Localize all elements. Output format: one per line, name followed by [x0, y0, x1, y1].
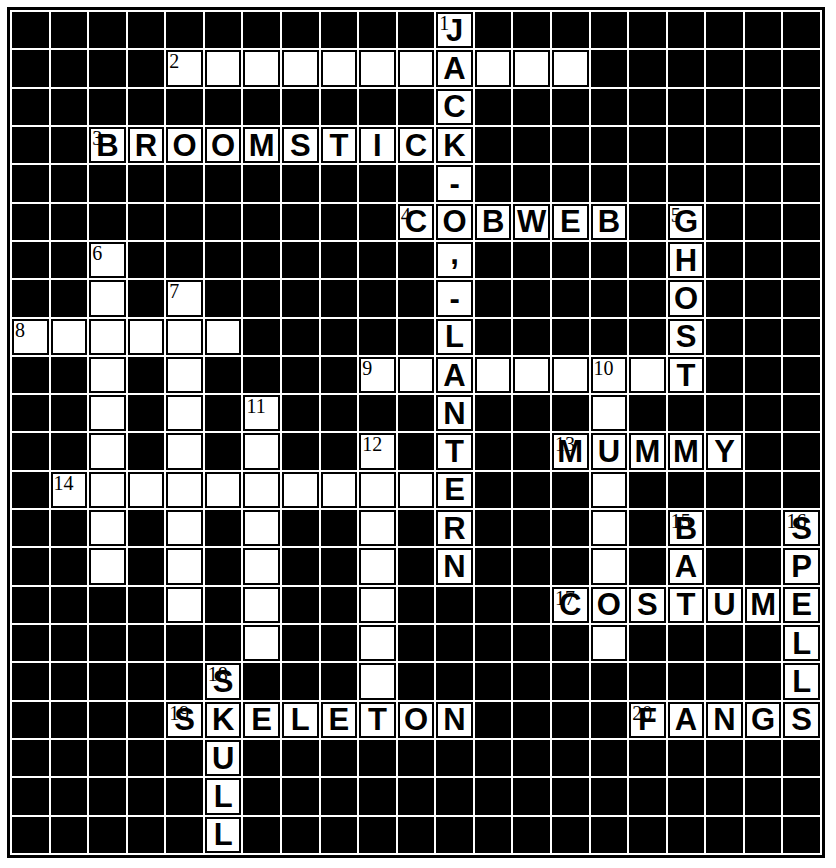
black-cell: [321, 395, 358, 431]
crossword-cell[interactable]: [552, 357, 589, 393]
black-cell: [552, 472, 589, 508]
crossword-cell[interactable]: [243, 433, 280, 469]
crossword-cell[interactable]: [591, 472, 628, 508]
crossword-cell[interactable]: U: [591, 433, 628, 469]
black-cell: [552, 548, 589, 584]
crossword-cell[interactable]: [89, 548, 126, 584]
black-cell: [706, 242, 743, 278]
crossword-cell[interactable]: 8: [12, 319, 49, 355]
black-cell: [629, 319, 666, 355]
crossword-cell[interactable]: 2: [166, 50, 203, 86]
crossword-cell[interactable]: P: [783, 548, 820, 584]
crossword-cell[interactable]: [166, 433, 203, 469]
cell-letter: T: [677, 360, 696, 391]
black-cell: [321, 625, 358, 661]
crossword-cell[interactable]: I: [359, 127, 396, 163]
black-cell: [166, 12, 203, 48]
cell-letter: L: [445, 321, 464, 352]
crossword-cell[interactable]: 17C: [552, 587, 589, 623]
black-cell: [128, 548, 165, 584]
crossword-cell[interactable]: R: [436, 510, 473, 546]
crossword-cell[interactable]: 16S: [783, 510, 820, 546]
crossword-cell[interactable]: L: [282, 702, 319, 738]
black-cell: [783, 817, 820, 853]
crossword-cell[interactable]: 9: [359, 357, 396, 393]
black-cell: [552, 127, 589, 163]
black-cell: [243, 663, 280, 699]
crossword-cell[interactable]: O: [398, 702, 435, 738]
black-cell: [398, 242, 435, 278]
crossword-cell[interactable]: [243, 510, 280, 546]
crossword-cell[interactable]: H: [668, 242, 705, 278]
crossword-cell[interactable]: C: [398, 127, 435, 163]
crossword-cell[interactable]: [128, 319, 165, 355]
crossword-cell[interactable]: [166, 548, 203, 584]
black-cell: [51, 127, 88, 163]
crossword-cell[interactable]: W: [513, 204, 550, 240]
cell-letter: S: [637, 589, 658, 620]
crossword-cell[interactable]: [282, 472, 319, 508]
black-cell: [282, 740, 319, 776]
cell-letter: C: [443, 91, 465, 122]
black-cell: [12, 127, 49, 163]
crossword-cell[interactable]: O: [668, 280, 705, 316]
crossword-cell[interactable]: [359, 625, 396, 661]
black-cell: [513, 127, 550, 163]
cell-letter: W: [517, 206, 546, 237]
crossword-cell[interactable]: [359, 587, 396, 623]
black-cell: [205, 548, 242, 584]
black-cell: [745, 280, 782, 316]
black-cell: [783, 50, 820, 86]
cell-letter: A: [675, 704, 697, 735]
cell-letter: A: [443, 360, 465, 391]
crossword-cell[interactable]: A: [436, 357, 473, 393]
black-cell: [128, 433, 165, 469]
black-cell: [51, 242, 88, 278]
black-cell: [243, 242, 280, 278]
black-cell: [12, 817, 49, 853]
black-cell: [552, 740, 589, 776]
crossword-cell[interactable]: [243, 625, 280, 661]
black-cell: [745, 165, 782, 201]
black-cell: [591, 663, 628, 699]
black-cell: [398, 740, 435, 776]
black-cell: [12, 510, 49, 546]
crossword-cell[interactable]: [205, 50, 242, 86]
crossword-cell[interactable]: [398, 472, 435, 508]
black-cell: [51, 740, 88, 776]
black-cell: [166, 625, 203, 661]
crossword-cell[interactable]: N: [436, 702, 473, 738]
crossword-cell[interactable]: E: [783, 587, 820, 623]
crossword-cell[interactable]: M: [243, 127, 280, 163]
crossword-cell[interactable]: 19S: [166, 702, 203, 738]
black-cell: [668, 778, 705, 814]
cell-letter: T: [368, 704, 387, 735]
crossword-cell[interactable]: E: [436, 472, 473, 508]
black-cell: [513, 663, 550, 699]
black-cell: [783, 127, 820, 163]
black-cell: [629, 12, 666, 48]
black-cell: [668, 127, 705, 163]
cell-letter: O: [173, 130, 197, 161]
black-cell: [591, 12, 628, 48]
crossword-cell[interactable]: [243, 50, 280, 86]
cell-number: 6: [92, 242, 102, 264]
cell-letter: L: [214, 819, 233, 850]
crossword-cell[interactable]: [243, 587, 280, 623]
cell-letter: S: [791, 704, 812, 735]
crossword-cell[interactable]: L: [205, 778, 242, 814]
black-cell: [166, 89, 203, 125]
crossword-cell[interactable]: -: [436, 280, 473, 316]
black-cell: [475, 817, 512, 853]
cell-letter: L: [214, 781, 233, 812]
black-cell: [282, 778, 319, 814]
black-cell: [783, 242, 820, 278]
black-cell: [513, 740, 550, 776]
cell-number: 2: [169, 50, 179, 72]
crossword-cell[interactable]: [321, 472, 358, 508]
crossword-cell[interactable]: T: [668, 357, 705, 393]
crossword-cell[interactable]: [629, 357, 666, 393]
black-cell: [166, 242, 203, 278]
crossword-cell[interactable]: 10: [591, 357, 628, 393]
cell-letter: T: [329, 130, 348, 161]
crossword-cell[interactable]: M: [745, 587, 782, 623]
black-cell: [205, 510, 242, 546]
black-cell: [128, 817, 165, 853]
crossword-cell[interactable]: N: [706, 702, 743, 738]
crossword-cell[interactable]: U: [706, 587, 743, 623]
black-cell: [89, 778, 126, 814]
cell-letter: ,: [450, 237, 459, 268]
cell-number: 8: [15, 319, 25, 341]
crossword-cell[interactable]: N: [436, 395, 473, 431]
cell-letter: C: [405, 206, 427, 237]
black-cell: [706, 165, 743, 201]
black-cell: [591, 242, 628, 278]
black-cell: [513, 433, 550, 469]
crossword-cell[interactable]: [166, 395, 203, 431]
cell-letter: N: [443, 398, 465, 429]
crossword-cell[interactable]: [475, 50, 512, 86]
black-cell: [552, 280, 589, 316]
black-cell: [128, 89, 165, 125]
black-cell: [282, 587, 319, 623]
crossword-cell[interactable]: O: [166, 127, 203, 163]
crossword-cell[interactable]: [282, 50, 319, 86]
black-cell: [475, 587, 512, 623]
black-cell: [51, 702, 88, 738]
black-cell: [706, 50, 743, 86]
black-cell: [745, 433, 782, 469]
black-cell: [513, 587, 550, 623]
black-cell: [359, 89, 396, 125]
crossword-cell[interactable]: B: [475, 204, 512, 240]
black-cell: [89, 89, 126, 125]
crossword-cell[interactable]: U: [205, 740, 242, 776]
crossword-cell[interactable]: [591, 548, 628, 584]
black-cell: [552, 242, 589, 278]
black-cell: [89, 12, 126, 48]
crossword-cell[interactable]: S: [282, 127, 319, 163]
black-cell: [783, 357, 820, 393]
crossword-cell[interactable]: 18S: [205, 663, 242, 699]
crossword-cell[interactable]: [591, 510, 628, 546]
black-cell: [89, 204, 126, 240]
black-cell: [745, 50, 782, 86]
crossword-cell[interactable]: [166, 357, 203, 393]
black-cell: [475, 89, 512, 125]
black-cell: [668, 625, 705, 661]
crossword-cell[interactable]: 4C: [398, 204, 435, 240]
crossword-cell[interactable]: 20F: [629, 702, 666, 738]
crossword-cell[interactable]: A: [436, 50, 473, 86]
cell-letter: Y: [714, 436, 735, 467]
black-cell: [12, 165, 49, 201]
black-cell: [166, 778, 203, 814]
black-cell: [513, 817, 550, 853]
crossword-cell[interactable]: [359, 50, 396, 86]
crossword-cell[interactable]: T: [436, 433, 473, 469]
crossword-cell[interactable]: [89, 510, 126, 546]
black-cell: [552, 510, 589, 546]
black-cell: [128, 510, 165, 546]
crossword-cell[interactable]: [89, 280, 126, 316]
crossword-cell[interactable]: [359, 548, 396, 584]
crossword-cell[interactable]: [591, 395, 628, 431]
crossword-cell[interactable]: L: [783, 625, 820, 661]
crossword-cell[interactable]: [89, 472, 126, 508]
crossword-cell[interactable]: [359, 472, 396, 508]
black-cell: [12, 89, 49, 125]
crossword-cell[interactable]: [359, 663, 396, 699]
crossword-cell[interactable]: A: [668, 702, 705, 738]
black-cell: [12, 587, 49, 623]
black-cell: [51, 280, 88, 316]
crossword-cell[interactable]: [205, 319, 242, 355]
crossword-cell[interactable]: [243, 472, 280, 508]
cell-letter: J: [446, 15, 463, 46]
black-cell: [475, 625, 512, 661]
black-cell: [475, 663, 512, 699]
cell-letter: A: [443, 53, 465, 84]
black-cell: [745, 625, 782, 661]
crossword-cell[interactable]: [591, 625, 628, 661]
crossword-cell[interactable]: [166, 587, 203, 623]
crossword-cell[interactable]: [89, 357, 126, 393]
black-cell: [475, 472, 512, 508]
crossword-cell[interactable]: G: [745, 702, 782, 738]
black-cell: [51, 395, 88, 431]
crossword-cell[interactable]: 6: [89, 242, 126, 278]
black-cell: [745, 663, 782, 699]
black-cell: [12, 625, 49, 661]
crossword-cell[interactable]: L: [436, 319, 473, 355]
cell-letter: B: [482, 206, 504, 237]
cell-letter: -: [449, 168, 459, 199]
crossword-cell[interactable]: S: [668, 319, 705, 355]
crossword-cell[interactable]: O: [205, 127, 242, 163]
crossword-cell[interactable]: [321, 50, 358, 86]
black-cell: [205, 280, 242, 316]
crossword-cell[interactable]: M: [668, 433, 705, 469]
black-cell: [706, 625, 743, 661]
cell-letter: M: [750, 589, 776, 620]
black-cell: [282, 395, 319, 431]
black-cell: [166, 740, 203, 776]
crossword-cell[interactable]: T: [668, 587, 705, 623]
black-cell: [552, 625, 589, 661]
crossword-cell[interactable]: [205, 472, 242, 508]
crossword-cell[interactable]: [513, 357, 550, 393]
cell-letter: E: [444, 474, 465, 505]
black-cell: [51, 204, 88, 240]
black-cell: [51, 50, 88, 86]
crossword-cell[interactable]: [243, 548, 280, 584]
black-cell: [398, 587, 435, 623]
cell-letter: M: [249, 130, 275, 161]
cell-letter: R: [135, 130, 157, 161]
black-cell: [783, 740, 820, 776]
crossword-cell[interactable]: [398, 357, 435, 393]
crossword-cell[interactable]: ,: [436, 242, 473, 278]
black-cell: [398, 510, 435, 546]
black-cell: [128, 12, 165, 48]
crossword-cell[interactable]: [552, 50, 589, 86]
black-cell: [12, 548, 49, 584]
crossword-cell[interactable]: [89, 433, 126, 469]
black-cell: [745, 395, 782, 431]
cell-letter: T: [677, 589, 696, 620]
cell-letter: M: [635, 436, 661, 467]
cell-letter: U: [713, 589, 735, 620]
black-cell: [552, 702, 589, 738]
black-cell: [706, 89, 743, 125]
crossword-cell[interactable]: 1J: [436, 12, 473, 48]
black-cell: [12, 778, 49, 814]
crossword-cell[interactable]: [166, 472, 203, 508]
crossword-cell[interactable]: [166, 319, 203, 355]
black-cell: [321, 319, 358, 355]
cell-letter: -: [449, 283, 459, 314]
crossword-cell[interactable]: 15B: [668, 510, 705, 546]
crossword-cell[interactable]: [398, 50, 435, 86]
crossword-cell[interactable]: -: [436, 165, 473, 201]
crossword-cell[interactable]: N: [436, 548, 473, 584]
crossword-cell[interactable]: C: [436, 89, 473, 125]
crossword-cell[interactable]: 14: [51, 472, 88, 508]
crossword-cell[interactable]: [475, 357, 512, 393]
black-cell: [243, 204, 280, 240]
black-cell: [282, 510, 319, 546]
black-cell: [591, 165, 628, 201]
crossword-cell[interactable]: [89, 395, 126, 431]
black-cell: [436, 663, 473, 699]
cell-letter: L: [792, 666, 811, 697]
crossword-cell[interactable]: 7: [166, 280, 203, 316]
crossword-cell[interactable]: 13M: [552, 433, 589, 469]
black-cell: [552, 778, 589, 814]
black-cell: [321, 817, 358, 853]
crossword-cell[interactable]: L: [783, 663, 820, 699]
black-cell: [745, 127, 782, 163]
crossword-cell[interactable]: K: [205, 702, 242, 738]
black-cell: [243, 319, 280, 355]
black-cell: [552, 395, 589, 431]
crossword-cell[interactable]: 12: [359, 433, 396, 469]
cell-letter: S: [676, 321, 697, 352]
crossword-cell[interactable]: [128, 472, 165, 508]
black-cell: [745, 89, 782, 125]
crossword-cell[interactable]: B: [591, 204, 628, 240]
black-cell: [783, 395, 820, 431]
cell-letter: H: [675, 245, 697, 276]
cell-letter: B: [96, 130, 118, 161]
cell-letter: N: [443, 551, 465, 582]
crossword-cell[interactable]: M: [629, 433, 666, 469]
black-cell: [513, 625, 550, 661]
crossword-cell[interactable]: R: [128, 127, 165, 163]
black-cell: [668, 89, 705, 125]
black-cell: [321, 663, 358, 699]
black-cell: [668, 165, 705, 201]
black-cell: [359, 280, 396, 316]
crossword-cell[interactable]: E: [321, 702, 358, 738]
crossword-cell[interactable]: 11: [243, 395, 280, 431]
crossword-cell[interactable]: [89, 319, 126, 355]
crossword-cell[interactable]: [51, 319, 88, 355]
black-cell: [243, 12, 280, 48]
black-cell: [552, 319, 589, 355]
black-cell: [513, 778, 550, 814]
black-cell: [668, 663, 705, 699]
crossword-cell[interactable]: O: [591, 587, 628, 623]
crossword-cell[interactable]: Y: [706, 433, 743, 469]
black-cell: [282, 663, 319, 699]
black-cell: [783, 89, 820, 125]
crossword-cell[interactable]: L: [205, 817, 242, 853]
crossword-cell[interactable]: T: [359, 702, 396, 738]
black-cell: [321, 89, 358, 125]
black-cell: [783, 319, 820, 355]
crossword-cell[interactable]: E: [552, 204, 589, 240]
crossword-cell[interactable]: S: [629, 587, 666, 623]
black-cell: [205, 625, 242, 661]
crossword-cell[interactable]: E: [243, 702, 280, 738]
crossword-cell[interactable]: A: [668, 548, 705, 584]
black-cell: [629, 165, 666, 201]
crossword-cell[interactable]: [359, 510, 396, 546]
crossword-cell[interactable]: 5G: [668, 204, 705, 240]
crossword-cell[interactable]: [166, 510, 203, 546]
crossword-cell[interactable]: [513, 50, 550, 86]
black-cell: [166, 817, 203, 853]
black-cell: [128, 740, 165, 776]
cell-letter: I: [373, 130, 382, 161]
black-cell: [668, 50, 705, 86]
black-cell: [629, 127, 666, 163]
crossword-cell[interactable]: T: [321, 127, 358, 163]
black-cell: [513, 165, 550, 201]
crossword-cell[interactable]: K: [436, 127, 473, 163]
black-cell: [128, 778, 165, 814]
crossword-cell[interactable]: S: [783, 702, 820, 738]
crossword-cell[interactable]: 3B: [89, 127, 126, 163]
cell-letter: A: [675, 551, 697, 582]
